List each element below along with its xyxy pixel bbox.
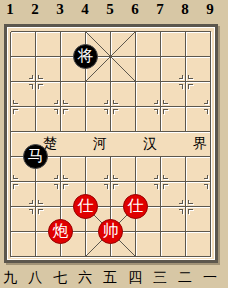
black-horse-glyph: 马 (28, 146, 44, 167)
black-general[interactable]: 将 (73, 44, 98, 69)
red-advisor-left-glyph: 仕 (78, 196, 94, 217)
black-horse[interactable]: 马 (23, 144, 48, 169)
top-file-label-9: 9 (198, 1, 222, 17)
black-general-glyph: 将 (78, 46, 94, 67)
red-advisor-right-glyph: 仕 (128, 196, 144, 217)
red-advisor-left[interactable]: 仕 (73, 194, 98, 219)
top-file-label-7: 7 (148, 1, 172, 17)
top-file-label-5: 5 (98, 1, 122, 17)
red-advisor-right[interactable]: 仕 (123, 194, 148, 219)
xiangqi-board-page: 123456789 楚河汉界 将马仕仕炮帅 九八七六五四三二一 (0, 0, 228, 288)
bottom-file-label-1: 九 (0, 270, 22, 285)
top-file-label-8: 8 (173, 1, 197, 17)
red-cannon[interactable]: 炮 (48, 219, 73, 244)
river-char-3: 汉 (140, 135, 160, 151)
bottom-file-label-4: 六 (73, 270, 97, 285)
top-file-label-2: 2 (23, 1, 47, 17)
top-file-label-3: 3 (48, 1, 72, 17)
red-cannon-glyph: 炮 (53, 221, 69, 242)
red-general[interactable]: 帅 (98, 219, 123, 244)
top-file-label-1: 1 (0, 1, 22, 17)
bottom-file-label-2: 八 (23, 270, 47, 285)
bottom-file-label-6: 四 (123, 270, 147, 285)
river-char-2: 河 (90, 135, 110, 151)
river-char-4: 界 (190, 135, 210, 151)
bottom-file-label-8: 二 (173, 270, 197, 285)
bottom-file-label-9: 一 (198, 270, 222, 285)
bottom-file-label-3: 七 (48, 270, 72, 285)
top-file-label-4: 4 (73, 1, 97, 17)
red-general-glyph: 帅 (103, 221, 119, 242)
bottom-file-label-5: 五 (98, 270, 122, 285)
top-file-label-6: 6 (123, 1, 147, 17)
bottom-file-label-7: 三 (148, 270, 172, 285)
